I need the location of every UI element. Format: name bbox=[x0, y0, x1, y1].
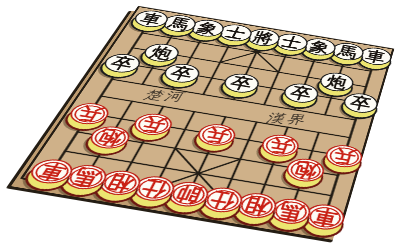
piece-character: 車 bbox=[364, 48, 387, 64]
piece-character: 車 bbox=[310, 205, 339, 228]
piece-character: 卒 bbox=[288, 84, 313, 102]
piece-character: 帥 bbox=[172, 183, 204, 206]
piece-character: 仕 bbox=[138, 177, 170, 199]
piece-character: 兵 bbox=[267, 136, 295, 156]
piece-character: 士 bbox=[223, 25, 248, 41]
piece-character: 馬 bbox=[336, 44, 359, 60]
board-perspective-wrapper: 楚河 漢界 車馬象士將士象馬車炮炮卒卒卒卒卒兵兵兵兵兵炮炮車馬相仕帥仕相馬車 bbox=[5, 0, 419, 250]
piece-character: 卒 bbox=[349, 94, 373, 112]
piece-character: 炮 bbox=[291, 160, 319, 181]
illustration-canvas: 楚河 漢界 車馬象士將士象馬車炮炮卒卒卒卒卒兵兵兵兵兵炮炮車馬相仕帥仕相馬車 bbox=[0, 0, 419, 250]
piece-character: 兵 bbox=[138, 114, 168, 134]
piece-character: 將 bbox=[251, 30, 276, 46]
piece-character: 兵 bbox=[331, 146, 357, 166]
piece-character: 馬 bbox=[69, 166, 103, 188]
piece-character: 卒 bbox=[108, 55, 137, 72]
piece-character: 兵 bbox=[202, 125, 231, 145]
river-label-chu-he: 楚河 bbox=[142, 87, 186, 105]
piece-character: 兵 bbox=[74, 104, 105, 123]
piece-character: 炮 bbox=[325, 73, 349, 90]
piece-character: 仕 bbox=[207, 189, 238, 212]
piece-character: 馬 bbox=[276, 200, 305, 223]
piece-character: 象 bbox=[195, 20, 221, 36]
piece-character: 相 bbox=[103, 172, 136, 194]
piece-character: 炮 bbox=[94, 127, 126, 147]
piece-character: 相 bbox=[241, 194, 271, 217]
piece-character: 炮 bbox=[148, 44, 175, 61]
piece-character: 馬 bbox=[166, 16, 192, 32]
piece-character: 卒 bbox=[168, 65, 196, 82]
piece-character: 象 bbox=[308, 39, 332, 55]
river-label-han-jie: 漢界 bbox=[265, 110, 306, 128]
piece-character: 士 bbox=[279, 34, 303, 50]
xiangqi-board: 楚河 漢界 車馬象士將士象馬車炮炮卒卒卒卒卒兵兵兵兵兵炮炮車馬相仕帥仕相馬車 bbox=[20, 6, 395, 233]
piece-character: 車 bbox=[34, 160, 68, 182]
piece-character: 車 bbox=[138, 11, 165, 26]
piece-character: 卒 bbox=[228, 74, 255, 92]
